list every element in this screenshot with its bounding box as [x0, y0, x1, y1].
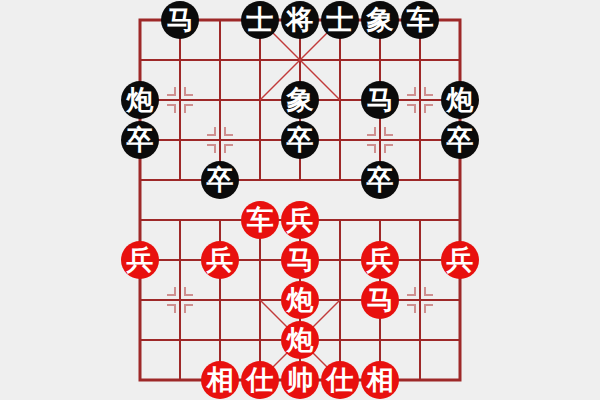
point-f6r7[interactable]: 马 [360, 280, 400, 320]
piece-black-elephant[interactable]: 象 [281, 81, 319, 119]
piece-red-advisor[interactable]: 仕 [321, 361, 359, 399]
point-f8r1[interactable] [440, 40, 480, 80]
point-f3r2[interactable] [240, 80, 280, 120]
point-f5r1[interactable] [320, 40, 360, 80]
point-f1r2[interactable] [160, 80, 200, 120]
piece-black-cannon[interactable]: 炮 [121, 81, 159, 119]
point-f5r3[interactable] [320, 120, 360, 160]
board-grid: 马士将士象车炮象马炮卒卒卒卒卒车兵兵兵马兵兵炮马炮相仕帅仕相 [120, 0, 480, 400]
point-f3r8[interactable] [240, 320, 280, 360]
point-f8r2[interactable]: 炮 [440, 80, 480, 120]
point-f3r6[interactable] [240, 240, 280, 280]
piece-red-soldier[interactable]: 兵 [361, 241, 399, 279]
point-f3r1[interactable] [240, 40, 280, 80]
point-f7r4[interactable] [400, 160, 440, 200]
piece-red-soldier[interactable]: 兵 [121, 241, 159, 279]
point-f7r3[interactable] [400, 120, 440, 160]
point-f3r5[interactable]: 车 [240, 200, 280, 240]
point-f4r0[interactable]: 将 [280, 0, 320, 40]
point-f1r7[interactable] [160, 280, 200, 320]
point-f1r3[interactable] [160, 120, 200, 160]
piece-black-horse[interactable]: 马 [161, 1, 199, 39]
point-f2r7[interactable] [200, 280, 240, 320]
piece-black-soldier[interactable]: 卒 [361, 161, 399, 199]
point-f4r6[interactable]: 马 [280, 240, 320, 280]
point-f4r8[interactable]: 炮 [280, 320, 320, 360]
piece-red-advisor[interactable]: 仕 [241, 361, 279, 399]
point-f8r3[interactable]: 卒 [440, 120, 480, 160]
point-f2r3[interactable] [200, 120, 240, 160]
point-f8r9[interactable] [440, 360, 480, 400]
piece-black-general[interactable]: 将 [281, 1, 319, 39]
point-f3r3[interactable] [240, 120, 280, 160]
point-f7r8[interactable] [400, 320, 440, 360]
piece-red-general[interactable]: 帅 [281, 361, 319, 399]
point-f4r4[interactable] [280, 160, 320, 200]
point-f0r2[interactable]: 炮 [120, 80, 160, 120]
piece-red-soldier[interactable]: 兵 [201, 241, 239, 279]
point-f0r4[interactable] [120, 160, 160, 200]
point-f4r1[interactable] [280, 40, 320, 80]
point-f0r3[interactable]: 卒 [120, 120, 160, 160]
point-f3r9[interactable]: 仕 [240, 360, 280, 400]
point-f8r7[interactable] [440, 280, 480, 320]
point-f5r6[interactable] [320, 240, 360, 280]
piece-black-soldier[interactable]: 卒 [121, 121, 159, 159]
point-f0r8[interactable] [120, 320, 160, 360]
point-f6r2[interactable]: 马 [360, 80, 400, 120]
piece-black-horse[interactable]: 马 [361, 81, 399, 119]
piece-red-soldier[interactable]: 兵 [441, 241, 479, 279]
point-f2r9[interactable]: 相 [200, 360, 240, 400]
point-f2r5[interactable] [200, 200, 240, 240]
point-f5r9[interactable]: 仕 [320, 360, 360, 400]
piece-black-soldier[interactable]: 卒 [281, 121, 319, 159]
point-f1r0[interactable]: 马 [160, 0, 200, 40]
point-f5r2[interactable] [320, 80, 360, 120]
point-f7r1[interactable] [400, 40, 440, 80]
point-f6r3[interactable] [360, 120, 400, 160]
point-f2r6[interactable]: 兵 [200, 240, 240, 280]
point-f4r5[interactable]: 兵 [280, 200, 320, 240]
point-f6r0[interactable]: 象 [360, 0, 400, 40]
point-f1r8[interactable] [160, 320, 200, 360]
point-f2r0[interactable] [200, 0, 240, 40]
point-f5r5[interactable] [320, 200, 360, 240]
point-f3r0[interactable]: 士 [240, 0, 280, 40]
point-f0r6[interactable]: 兵 [120, 240, 160, 280]
piece-red-horse[interactable]: 马 [281, 241, 319, 279]
piece-black-advisor[interactable]: 士 [321, 1, 359, 39]
point-f1r1[interactable] [160, 40, 200, 80]
piece-red-chariot[interactable]: 车 [241, 201, 279, 239]
point-f8r0[interactable] [440, 0, 480, 40]
point-f7r5[interactable] [400, 200, 440, 240]
point-f0r0[interactable] [120, 0, 160, 40]
piece-red-cannon[interactable]: 炮 [281, 281, 319, 319]
point-f2r8[interactable] [200, 320, 240, 360]
point-f7r7[interactable] [400, 280, 440, 320]
point-f4r2[interactable]: 象 [280, 80, 320, 120]
point-f3r7[interactable] [240, 280, 280, 320]
point-f3r4[interactable] [240, 160, 280, 200]
point-f4r9[interactable]: 帅 [280, 360, 320, 400]
point-f0r1[interactable] [120, 40, 160, 80]
piece-black-soldier[interactable]: 卒 [441, 121, 479, 159]
point-f1r6[interactable] [160, 240, 200, 280]
point-f2r1[interactable] [200, 40, 240, 80]
point-f8r6[interactable]: 兵 [440, 240, 480, 280]
point-f6r9[interactable]: 相 [360, 360, 400, 400]
piece-red-cannon[interactable]: 炮 [281, 321, 319, 359]
point-f5r0[interactable]: 士 [320, 0, 360, 40]
point-f7r6[interactable] [400, 240, 440, 280]
piece-black-chariot[interactable]: 车 [401, 1, 439, 39]
point-f0r7[interactable] [120, 280, 160, 320]
piece-red-elephant[interactable]: 相 [201, 361, 239, 399]
point-f2r4[interactable]: 卒 [200, 160, 240, 200]
point-f0r9[interactable] [120, 360, 160, 400]
point-f4r7[interactable]: 炮 [280, 280, 320, 320]
point-f5r7[interactable] [320, 280, 360, 320]
point-f5r4[interactable] [320, 160, 360, 200]
piece-red-soldier[interactable]: 兵 [281, 201, 319, 239]
point-f8r5[interactable] [440, 200, 480, 240]
point-f1r4[interactable] [160, 160, 200, 200]
point-f8r8[interactable] [440, 320, 480, 360]
piece-black-soldier[interactable]: 卒 [201, 161, 239, 199]
piece-black-cannon[interactable]: 炮 [441, 81, 479, 119]
point-f6r8[interactable] [360, 320, 400, 360]
piece-red-elephant[interactable]: 相 [361, 361, 399, 399]
piece-red-horse[interactable]: 马 [361, 281, 399, 319]
point-f7r9[interactable] [400, 360, 440, 400]
point-f1r5[interactable] [160, 200, 200, 240]
point-f1r9[interactable] [160, 360, 200, 400]
point-f6r5[interactable] [360, 200, 400, 240]
point-f6r6[interactable]: 兵 [360, 240, 400, 280]
point-f5r8[interactable] [320, 320, 360, 360]
point-f6r4[interactable]: 卒 [360, 160, 400, 200]
point-f7r2[interactable] [400, 80, 440, 120]
xiangqi-board: 马士将士象车炮象马炮卒卒卒卒卒车兵兵兵马兵兵炮马炮相仕帅仕相 [0, 0, 600, 400]
point-f4r3[interactable]: 卒 [280, 120, 320, 160]
point-f7r0[interactable]: 车 [400, 0, 440, 40]
point-f0r5[interactable] [120, 200, 160, 240]
point-f6r1[interactable] [360, 40, 400, 80]
point-f2r2[interactable] [200, 80, 240, 120]
point-f8r4[interactable] [440, 160, 480, 200]
piece-black-advisor[interactable]: 士 [241, 1, 279, 39]
piece-black-elephant[interactable]: 象 [361, 1, 399, 39]
